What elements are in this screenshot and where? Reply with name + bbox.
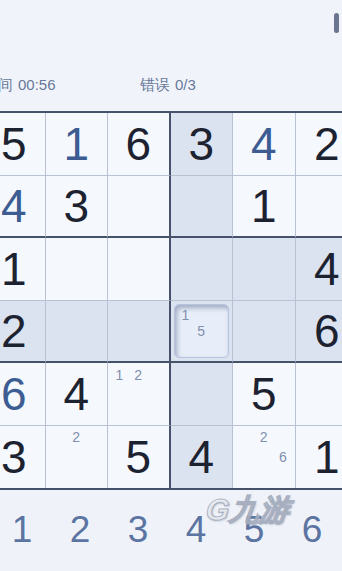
given-digit: 3 bbox=[46, 176, 108, 237]
note-2: 2 bbox=[129, 365, 148, 384]
pause-bar-left bbox=[334, 13, 339, 33]
pencil-notes: 26 bbox=[235, 428, 293, 487]
pencil-notes: 12 bbox=[110, 365, 167, 423]
note-1: 1 bbox=[110, 365, 129, 384]
note-1: 1 bbox=[178, 308, 194, 324]
given-digit: 1 bbox=[233, 176, 295, 237]
sudoku-board: 516342431142156641253254261 bbox=[0, 111, 342, 490]
cell-r6c6[interactable]: 1 bbox=[296, 426, 342, 489]
cell-r4c1[interactable]: 2 bbox=[0, 301, 46, 364]
cell-r5c4[interactable] bbox=[171, 363, 234, 426]
given-digit: 5 bbox=[233, 363, 295, 425]
user-digit: 4 bbox=[0, 176, 45, 237]
cell-r2c4[interactable] bbox=[171, 176, 234, 239]
time-label: 时间 bbox=[0, 76, 13, 93]
pencil-notes: 2 bbox=[48, 428, 106, 487]
cell-r6c3[interactable]: 5 bbox=[108, 426, 171, 489]
cell-r5c3[interactable]: 12 bbox=[108, 363, 171, 426]
cell-r3c6[interactable]: 4 bbox=[296, 238, 342, 301]
given-digit: 5 bbox=[108, 426, 169, 489]
given-digit: 4 bbox=[46, 363, 108, 425]
cell-r1c6[interactable]: 2 bbox=[296, 113, 342, 176]
header: 时间00:56 错误0/3 bbox=[0, 0, 342, 111]
note-2: 2 bbox=[67, 428, 86, 448]
cell-r5c1[interactable]: 6 bbox=[0, 363, 46, 426]
given-digit: 3 bbox=[0, 426, 45, 489]
selected-cell-box: 15 bbox=[174, 304, 230, 359]
pad-key-6[interactable]: 6 bbox=[283, 504, 341, 556]
note-2: 2 bbox=[254, 428, 273, 448]
cell-r6c5[interactable]: 26 bbox=[233, 426, 296, 489]
given-digit: 2 bbox=[296, 113, 342, 175]
errors-stat: 错误0/3 bbox=[140, 75, 196, 95]
cell-r2c5[interactable]: 1 bbox=[233, 176, 296, 239]
given-digit: 1 bbox=[296, 426, 342, 489]
note-6: 6 bbox=[273, 447, 292, 467]
given-digit: 3 bbox=[171, 113, 233, 175]
cell-r6c1[interactable]: 3 bbox=[0, 426, 46, 489]
user-digit: 1 bbox=[46, 113, 108, 175]
cell-r5c2[interactable]: 4 bbox=[46, 363, 109, 426]
errors-label: 错误 bbox=[140, 76, 170, 93]
cell-r1c4[interactable]: 3 bbox=[171, 113, 234, 176]
cell-r1c3[interactable]: 6 bbox=[108, 113, 171, 176]
cell-r2c1[interactable]: 4 bbox=[0, 176, 46, 239]
cell-r5c6[interactable] bbox=[296, 363, 342, 426]
cell-r1c5[interactable]: 4 bbox=[233, 113, 296, 176]
given-digit: 5 bbox=[0, 113, 45, 175]
cell-r4c2[interactable] bbox=[46, 301, 109, 364]
cell-r5c5[interactable]: 5 bbox=[233, 363, 296, 426]
cell-r4c5[interactable] bbox=[233, 301, 296, 364]
cell-r3c3[interactable] bbox=[108, 238, 171, 301]
pause-icon[interactable] bbox=[334, 13, 342, 33]
pad-key-3[interactable]: 3 bbox=[109, 504, 167, 556]
cell-r6c2[interactable]: 2 bbox=[46, 426, 109, 489]
given-digit: 2 bbox=[0, 301, 45, 362]
cell-r3c5[interactable] bbox=[233, 238, 296, 301]
user-digit: 6 bbox=[0, 363, 45, 425]
cell-r1c2[interactable]: 1 bbox=[46, 113, 109, 176]
cell-r4c4[interactable]: 15 bbox=[171, 301, 234, 364]
pencil-notes: 15 bbox=[178, 308, 226, 355]
given-digit: 6 bbox=[108, 113, 169, 175]
cell-r3c4[interactable] bbox=[171, 238, 234, 301]
number-pad: 123456 bbox=[0, 504, 341, 556]
time-value: 00:56 bbox=[18, 76, 56, 93]
cell-r3c2[interactable] bbox=[46, 238, 109, 301]
errors-value: 0/3 bbox=[175, 76, 196, 93]
pad-key-5[interactable]: 5 bbox=[225, 504, 283, 556]
time-stat: 时间00:56 bbox=[0, 75, 56, 95]
cell-r2c3[interactable] bbox=[108, 176, 171, 239]
pad-key-1[interactable]: 1 bbox=[0, 504, 51, 556]
given-digit: 4 bbox=[171, 426, 233, 489]
cell-r6c4[interactable]: 4 bbox=[171, 426, 234, 489]
pad-key-4[interactable]: 4 bbox=[167, 504, 225, 556]
given-digit: 6 bbox=[296, 301, 342, 362]
cell-r2c6[interactable] bbox=[296, 176, 342, 239]
cell-r4c3[interactable] bbox=[108, 301, 171, 364]
user-digit: 4 bbox=[233, 113, 295, 175]
cell-r2c2[interactable]: 3 bbox=[46, 176, 109, 239]
note-5: 5 bbox=[193, 323, 209, 339]
given-digit: 4 bbox=[296, 238, 342, 300]
stats-row: 时间00:56 错误0/3 bbox=[0, 75, 342, 95]
cell-r4c6[interactable]: 6 bbox=[296, 301, 342, 364]
cell-r1c1[interactable]: 5 bbox=[0, 113, 46, 176]
given-digit: 1 bbox=[0, 238, 45, 300]
cell-r3c1[interactable]: 1 bbox=[0, 238, 46, 301]
pad-key-2[interactable]: 2 bbox=[51, 504, 109, 556]
